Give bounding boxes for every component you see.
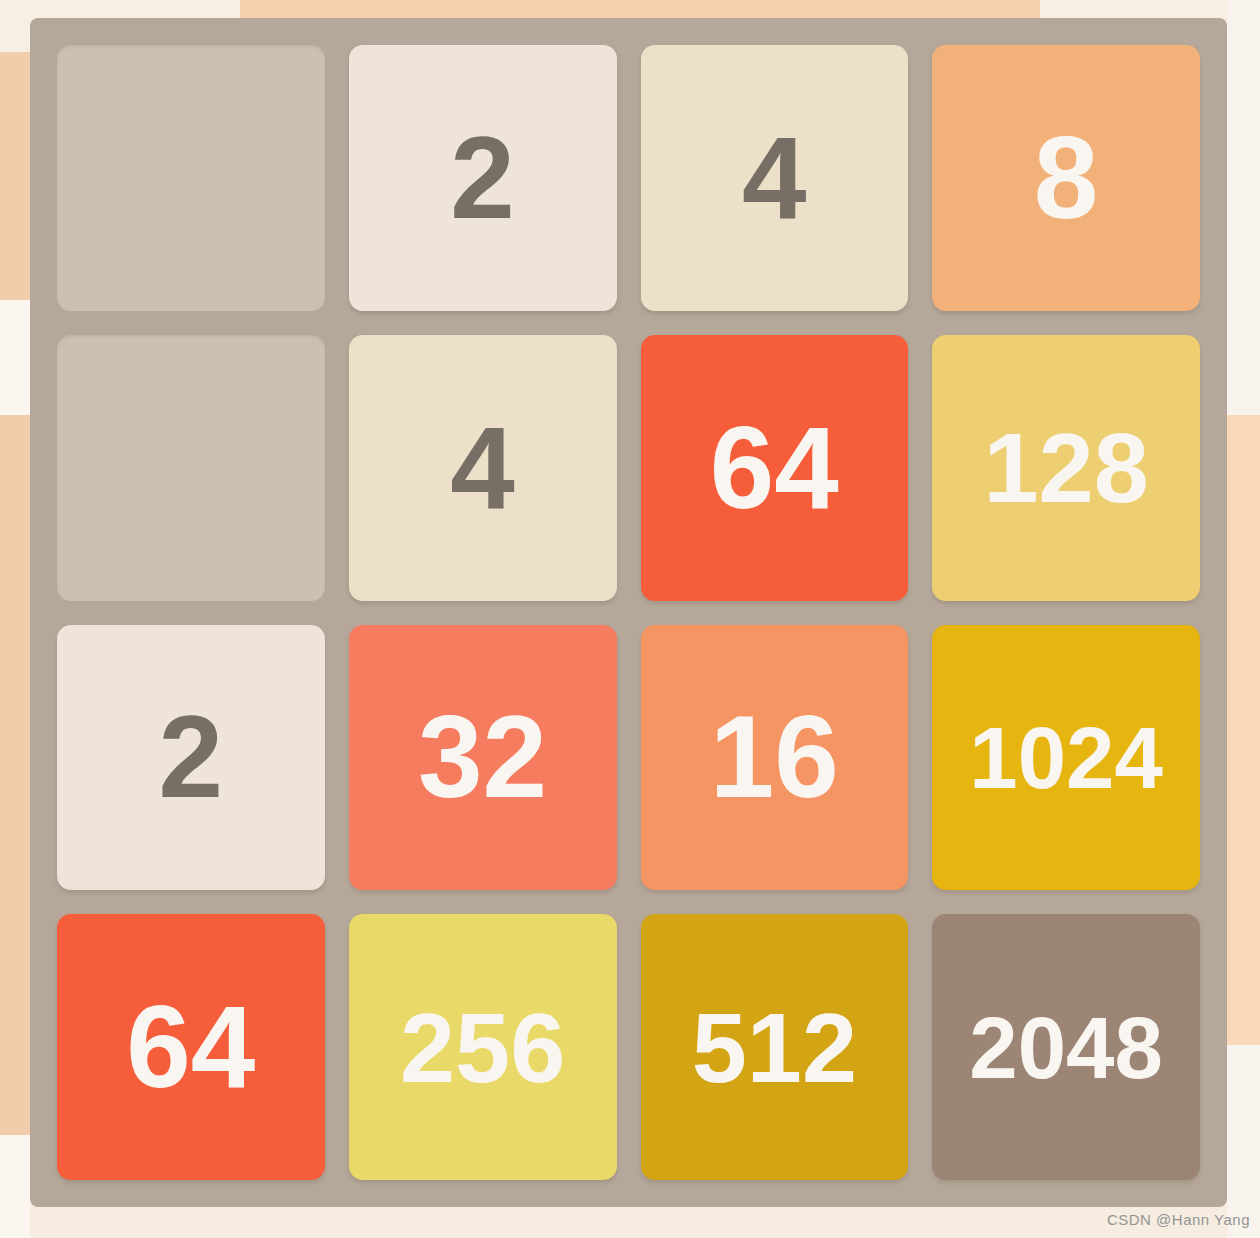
background-patch-left-white-1 bbox=[0, 300, 30, 415]
background-strip-bottom bbox=[30, 1207, 1227, 1238]
background-patch-top bbox=[240, 0, 1040, 20]
board-grid[interactable]: 248464128232161024642565122048 bbox=[30, 18, 1227, 1207]
tile-2-r1c2: 2 bbox=[349, 45, 617, 311]
empty-cell-r2c1 bbox=[57, 335, 325, 601]
empty-cell-r1c1 bbox=[57, 45, 325, 311]
tile-2-r3c1: 2 bbox=[57, 625, 325, 891]
tile-4-r1c3: 4 bbox=[641, 45, 909, 311]
tile-64-r4c1: 64 bbox=[57, 914, 325, 1180]
watermark: CSDN @Hann Yang bbox=[1107, 1211, 1250, 1228]
background-patch-right-peach bbox=[1227, 415, 1260, 1045]
tile-4-r2c2: 4 bbox=[349, 335, 617, 601]
tile-64-r2c3: 64 bbox=[641, 335, 909, 601]
tile-32-r3c2: 32 bbox=[349, 625, 617, 891]
background-patch-left-white-2 bbox=[0, 1135, 30, 1238]
tile-128-r2c4: 128 bbox=[932, 335, 1200, 601]
tile-2048-r4c4: 2048 bbox=[932, 914, 1200, 1180]
background-strip-left bbox=[0, 52, 30, 1238]
tile-8-r1c4: 8 bbox=[932, 45, 1200, 311]
tile-16-r3c3: 16 bbox=[641, 625, 909, 891]
tile-256-r4c2: 256 bbox=[349, 914, 617, 1180]
tile-1024-r3c4: 1024 bbox=[932, 625, 1200, 891]
tile-512-r4c3: 512 bbox=[641, 914, 909, 1180]
